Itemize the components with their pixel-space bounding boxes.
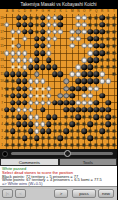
black-stone[interactable] <box>34 65 40 71</box>
black-stone[interactable] <box>10 107 16 113</box>
white-stone[interactable] <box>46 100 52 106</box>
white-stone[interactable] <box>46 22 52 28</box>
white-stone[interactable] <box>16 107 22 113</box>
black-territory-mark <box>59 144 62 147</box>
white-stone[interactable] <box>99 79 105 85</box>
black-stone[interactable] <box>58 136 64 142</box>
black-territory-mark <box>95 137 98 140</box>
white-stone[interactable] <box>52 22 58 28</box>
white-stone[interactable] <box>40 100 46 106</box>
white-stone[interactable] <box>28 93 34 99</box>
black-territory-mark <box>65 137 68 140</box>
black-territory-mark <box>29 137 32 140</box>
white-stone[interactable] <box>4 50 10 56</box>
black-stone[interactable] <box>16 72 22 78</box>
black-stone[interactable] <box>82 65 88 71</box>
white-stone[interactable] <box>82 22 88 28</box>
board-cell[interactable] <box>111 135 117 142</box>
white-stone[interactable] <box>10 57 16 63</box>
black-stone[interactable] <box>46 57 52 63</box>
black-territory-mark <box>89 23 92 26</box>
black-stone[interactable] <box>70 121 76 127</box>
black-stone[interactable] <box>76 107 82 113</box>
black-territory-mark <box>5 144 8 147</box>
board-cell[interactable] <box>111 50 117 57</box>
black-territory-mark <box>53 144 56 147</box>
black-territory-mark <box>53 130 56 133</box>
black-territory-mark <box>107 144 110 147</box>
black-territory-mark <box>107 44 110 47</box>
black-territory-mark <box>53 123 56 126</box>
board-cell[interactable] <box>111 64 117 71</box>
black-stone[interactable] <box>22 114 28 120</box>
white-stone[interactable] <box>28 100 34 106</box>
black-stone[interactable] <box>16 114 22 120</box>
white-territory-mark <box>11 44 14 47</box>
black-stone[interactable] <box>58 22 64 28</box>
black-stone[interactable] <box>105 114 111 120</box>
black-stone[interactable] <box>16 79 22 85</box>
black-stone[interactable] <box>87 57 93 63</box>
black-stone[interactable] <box>40 29 46 35</box>
white-stone[interactable] <box>52 36 58 42</box>
white-stone[interactable] <box>76 36 82 42</box>
black-stone[interactable] <box>28 121 34 127</box>
black-stone[interactable] <box>76 86 82 92</box>
black-territory-mark <box>101 37 104 40</box>
black-stone[interactable] <box>40 65 46 71</box>
black-stone[interactable] <box>40 15 46 21</box>
slider-start-dot-icon <box>2 151 8 157</box>
black-stone[interactable] <box>99 43 105 49</box>
black-territory-mark <box>113 130 116 133</box>
white-stone[interactable] <box>46 93 52 99</box>
black-stone[interactable] <box>28 29 34 35</box>
black-stone[interactable] <box>99 29 105 35</box>
move-slider-thumb[interactable] <box>64 150 71 157</box>
black-stone[interactable] <box>40 43 46 49</box>
white-territory-mark <box>41 94 44 97</box>
black-territory-mark <box>89 116 92 119</box>
black-stone[interactable] <box>87 121 93 127</box>
dead-stone[interactable] <box>58 93 64 99</box>
white-stone[interactable] <box>34 79 40 85</box>
dead-stone[interactable] <box>76 29 82 35</box>
white-stone[interactable] <box>22 107 28 113</box>
black-territory-mark <box>65 144 68 147</box>
black-stone[interactable] <box>34 43 40 49</box>
black-territory-mark <box>5 130 8 133</box>
white-stone[interactable] <box>70 72 76 78</box>
black-territory-mark <box>71 116 74 119</box>
white-stone[interactable] <box>40 79 46 85</box>
black-territory-mark <box>101 66 104 69</box>
board-cell[interactable] <box>111 99 117 106</box>
white-stone[interactable] <box>76 22 82 28</box>
black-stone[interactable] <box>70 93 76 99</box>
white-stone[interactable] <box>52 15 58 21</box>
white-stone[interactable] <box>34 121 40 127</box>
board-cell[interactable] <box>111 106 117 113</box>
black-stone[interactable] <box>99 15 105 21</box>
white-stone[interactable] <box>87 86 93 92</box>
black-stone[interactable] <box>64 128 70 134</box>
black-territory-mark <box>29 144 32 147</box>
black-stone[interactable] <box>99 107 105 113</box>
black-territory-mark <box>113 44 116 47</box>
black-territory-mark <box>35 16 38 19</box>
black-stone[interactable] <box>10 100 16 106</box>
black-stone[interactable] <box>46 114 52 120</box>
black-stone[interactable] <box>34 36 40 42</box>
black-stone[interactable] <box>34 136 40 142</box>
board-cell[interactable] <box>111 28 117 35</box>
black-stone[interactable] <box>58 15 64 21</box>
black-territory-mark <box>113 37 116 40</box>
white-stone[interactable] <box>76 100 82 106</box>
black-territory-mark <box>89 16 92 19</box>
black-territory-mark <box>113 116 116 119</box>
black-territory-mark <box>53 137 56 140</box>
black-stone[interactable] <box>93 79 99 85</box>
white-stone[interactable] <box>46 50 52 56</box>
black-stone[interactable] <box>22 136 28 142</box>
dead-stone[interactable] <box>16 43 22 49</box>
white-stone[interactable] <box>87 93 93 99</box>
black-stone[interactable] <box>93 29 99 35</box>
black-territory-mark <box>107 30 110 33</box>
black-stone[interactable] <box>87 79 93 85</box>
board-cell[interactable] <box>111 14 117 21</box>
black-stone[interactable] <box>87 36 93 42</box>
black-stone[interactable] <box>4 107 10 113</box>
black-territory-mark <box>95 23 98 26</box>
white-stone[interactable] <box>52 29 58 35</box>
white-territory-mark <box>41 87 44 90</box>
black-stone[interactable] <box>46 121 52 127</box>
board-cell[interactable] <box>111 85 117 92</box>
board-cell[interactable] <box>111 113 117 120</box>
black-stone[interactable] <box>64 107 70 113</box>
black-stone[interactable] <box>22 79 28 85</box>
white-stone[interactable] <box>10 29 16 35</box>
white-stone[interactable] <box>40 121 46 127</box>
board-cell[interactable] <box>111 142 117 149</box>
bottom-tabs: Comments Tools <box>0 158 117 166</box>
black-territory-mark <box>11 137 14 140</box>
black-territory-mark <box>11 80 14 83</box>
black-territory-mark <box>35 30 38 33</box>
black-territory-mark <box>65 116 68 119</box>
black-stone[interactable] <box>22 29 28 35</box>
black-territory-mark <box>11 87 14 90</box>
black-stone[interactable] <box>93 50 99 56</box>
black-stone[interactable] <box>22 22 28 28</box>
white-stone[interactable] <box>22 65 28 71</box>
white-stone[interactable] <box>28 107 34 113</box>
black-territory-mark <box>47 144 50 147</box>
black-territory-mark <box>113 66 116 69</box>
black-territory-mark <box>65 123 68 126</box>
black-stone[interactable] <box>22 15 28 21</box>
black-stone[interactable] <box>22 86 28 92</box>
white-stone[interactable] <box>82 93 88 99</box>
white-stone[interactable] <box>22 57 28 63</box>
white-stone[interactable] <box>22 36 28 42</box>
black-territory-mark <box>101 59 104 62</box>
white-territory-mark <box>17 66 20 69</box>
black-territory-mark <box>101 137 104 140</box>
black-stone[interactable] <box>87 29 93 35</box>
white-stone[interactable] <box>34 100 40 106</box>
dead-stone[interactable] <box>64 93 70 99</box>
tab-tools[interactable]: Tools <box>59 158 118 166</box>
black-stone[interactable] <box>28 128 34 134</box>
black-territory-mark <box>95 66 98 69</box>
board-cell[interactable] <box>111 128 117 135</box>
white-stone[interactable] <box>82 100 88 106</box>
black-stone[interactable] <box>16 121 22 127</box>
black-stone[interactable] <box>16 100 22 106</box>
black-territory-mark <box>17 144 20 147</box>
white-stone[interactable] <box>16 57 22 63</box>
white-stone[interactable] <box>93 86 99 92</box>
new-game-button[interactable]: new <box>98 189 114 198</box>
move-slider-track[interactable] <box>11 152 113 155</box>
black-stone[interactable] <box>93 57 99 63</box>
go-board[interactable]: ABCDEFGHJKLMNOPQRST 19181716151413121110… <box>0 9 117 149</box>
black-territory-mark <box>5 87 8 90</box>
black-territory-mark <box>77 144 80 147</box>
black-stone[interactable] <box>40 22 46 28</box>
black-stone[interactable] <box>82 79 88 85</box>
board-cell[interactable] <box>111 42 117 49</box>
black-territory-mark <box>41 144 44 147</box>
black-territory-mark <box>23 130 26 133</box>
black-stone[interactable] <box>99 50 105 56</box>
black-stone[interactable] <box>99 93 105 99</box>
black-stone[interactable] <box>99 128 105 134</box>
white-stone[interactable] <box>87 50 93 56</box>
black-territory-mark <box>107 52 110 55</box>
black-stone[interactable] <box>58 72 64 78</box>
black-territory-mark <box>89 130 92 133</box>
white-stone[interactable] <box>16 50 22 56</box>
black-territory-mark <box>107 23 110 26</box>
black-stone[interactable] <box>34 57 40 63</box>
black-stone[interactable] <box>10 93 16 99</box>
black-stone[interactable] <box>16 22 22 28</box>
white-stone[interactable] <box>87 43 93 49</box>
black-territory-mark <box>47 137 50 140</box>
black-stone[interactable] <box>87 72 93 78</box>
black-territory-mark <box>95 123 98 126</box>
white-stone[interactable] <box>99 72 105 78</box>
black-stone[interactable] <box>10 128 16 134</box>
black-stone[interactable] <box>16 15 22 21</box>
black-territory-mark <box>11 116 14 119</box>
white-stone[interactable] <box>46 86 52 92</box>
black-territory-mark <box>83 116 86 119</box>
white-stone[interactable] <box>34 114 40 120</box>
black-territory-mark <box>101 116 104 119</box>
black-stone[interactable] <box>105 121 111 127</box>
white-stone[interactable] <box>22 50 28 56</box>
black-stone[interactable] <box>46 65 52 71</box>
black-territory-mark <box>83 137 86 140</box>
white-stone[interactable] <box>46 29 52 35</box>
board-cell[interactable] <box>111 21 117 28</box>
black-stone[interactable] <box>82 107 88 113</box>
black-territory-mark <box>17 137 20 140</box>
white-stone[interactable] <box>87 100 93 106</box>
board-cell[interactable] <box>111 78 117 85</box>
title-bar: Takemiya Masaki vs Kobayashi Koichi <box>0 0 117 9</box>
white-stone[interactable] <box>46 43 52 49</box>
white-territory-mark <box>11 37 14 40</box>
white-territory-mark <box>35 87 38 90</box>
black-territory-mark <box>113 23 116 26</box>
white-stone[interactable] <box>105 79 111 85</box>
black-stone[interactable] <box>40 36 46 42</box>
black-territory-mark <box>107 59 110 62</box>
black-territory-mark <box>59 123 62 126</box>
black-territory-mark <box>11 144 14 147</box>
white-stone[interactable] <box>76 72 82 78</box>
black-stone[interactable] <box>28 65 34 71</box>
black-stone[interactable] <box>58 100 64 106</box>
board-cell[interactable] <box>111 121 117 128</box>
black-stone[interactable] <box>93 43 99 49</box>
black-territory-mark <box>107 130 110 133</box>
black-stone[interactable] <box>52 100 58 106</box>
board-cell[interactable] <box>111 71 117 78</box>
board-cell[interactable] <box>111 92 117 99</box>
white-stone[interactable] <box>70 36 76 42</box>
white-stone[interactable] <box>28 114 34 120</box>
white-stone[interactable] <box>28 57 34 63</box>
white-stone[interactable] <box>46 15 52 21</box>
black-territory-mark <box>113 137 116 140</box>
dead-stone[interactable] <box>34 72 40 78</box>
white-stone[interactable] <box>16 29 22 35</box>
black-stone[interactable] <box>40 107 46 113</box>
white-stone[interactable] <box>70 29 76 35</box>
white-territory-mark <box>11 66 14 69</box>
black-stone[interactable] <box>22 72 28 78</box>
board-cell[interactable] <box>111 57 117 64</box>
black-stone[interactable] <box>76 79 82 85</box>
forward-button[interactable]: > <box>54 189 68 198</box>
white-stone[interactable] <box>76 65 82 71</box>
board-grid[interactable] <box>4 14 117 149</box>
black-territory-mark <box>113 16 116 19</box>
black-stone[interactable] <box>70 86 76 92</box>
black-stone[interactable] <box>93 72 99 78</box>
black-stone[interactable] <box>16 86 22 92</box>
black-territory-mark <box>41 137 44 140</box>
white-stone[interactable] <box>34 128 40 134</box>
white-stone[interactable] <box>28 79 34 85</box>
white-stone[interactable] <box>82 57 88 63</box>
black-stone[interactable] <box>87 136 93 142</box>
black-stone[interactable] <box>4 72 10 78</box>
button-bar: |< < > pass new <box>0 186 117 200</box>
black-stone[interactable] <box>82 72 88 78</box>
black-stone[interactable] <box>46 128 52 134</box>
white-stone[interactable] <box>82 15 88 21</box>
black-territory-mark <box>113 144 116 147</box>
black-territory-mark <box>5 80 8 83</box>
black-territory-mark <box>113 59 116 62</box>
black-territory-mark <box>113 123 116 126</box>
dead-stone[interactable] <box>64 79 70 85</box>
pass-button[interactable]: pass <box>72 189 96 198</box>
black-stone[interactable] <box>87 65 93 71</box>
black-stone[interactable] <box>70 100 76 106</box>
white-stone[interactable] <box>4 22 10 28</box>
board-cell[interactable] <box>111 35 117 42</box>
black-stone[interactable] <box>28 22 34 28</box>
dead-stone[interactable] <box>64 86 70 92</box>
black-stone[interactable] <box>22 100 28 106</box>
black-territory-mark <box>107 66 110 69</box>
black-stone[interactable] <box>76 114 82 120</box>
white-stone[interactable] <box>82 43 88 49</box>
move-slider-bar <box>0 149 117 158</box>
white-stone[interactable] <box>46 36 52 42</box>
black-stone[interactable] <box>70 107 76 113</box>
black-territory-mark <box>71 144 74 147</box>
black-stone[interactable] <box>40 128 46 134</box>
black-territory-mark <box>17 130 20 133</box>
black-territory-mark <box>59 130 62 133</box>
white-stone[interactable] <box>70 43 76 49</box>
black-stone[interactable] <box>93 107 99 113</box>
black-stone[interactable] <box>22 93 28 99</box>
white-stone[interactable] <box>10 50 16 56</box>
black-stone[interactable] <box>105 107 111 113</box>
black-stone[interactable] <box>52 72 58 78</box>
black-stone[interactable] <box>93 36 99 42</box>
black-stone[interactable] <box>34 50 40 56</box>
black-stone[interactable] <box>99 22 105 28</box>
black-territory-mark <box>101 144 104 147</box>
tab-comments[interactable]: Comments <box>0 158 59 166</box>
black-stone[interactable] <box>105 100 111 106</box>
black-stone[interactable] <box>64 100 70 106</box>
white-stone[interactable] <box>76 15 82 21</box>
black-territory-mark <box>77 137 80 140</box>
black-territory-mark <box>35 23 38 26</box>
black-stone[interactable] <box>87 107 93 113</box>
white-stone[interactable] <box>82 29 88 35</box>
black-stone[interactable] <box>82 128 88 134</box>
black-stone[interactable] <box>52 65 58 71</box>
black-stone[interactable] <box>93 114 99 120</box>
black-stone[interactable] <box>93 100 99 106</box>
black-stone[interactable] <box>22 121 28 127</box>
white-stone[interactable] <box>28 86 34 92</box>
white-stone[interactable] <box>58 29 64 35</box>
game-title: Takemiya Masaki vs Kobayashi Koichi <box>20 2 96 7</box>
black-stone[interactable] <box>40 50 46 56</box>
black-stone[interactable] <box>16 93 22 99</box>
black-territory-mark <box>71 130 74 133</box>
black-stone[interactable] <box>52 114 58 120</box>
black-stone[interactable] <box>10 72 16 78</box>
black-stone[interactable] <box>82 86 88 92</box>
